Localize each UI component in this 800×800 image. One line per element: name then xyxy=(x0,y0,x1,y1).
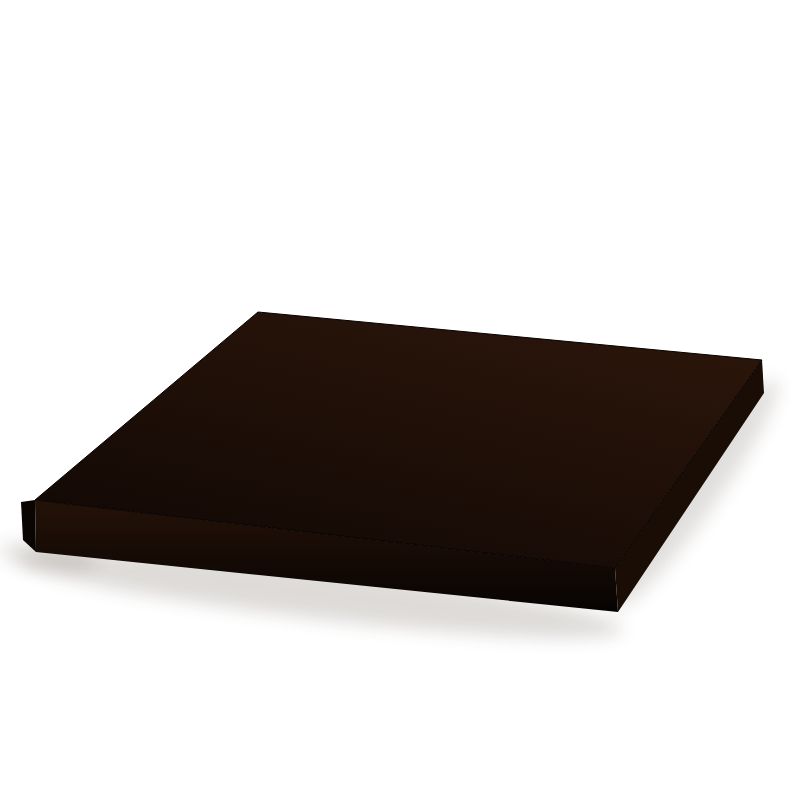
chess-board xyxy=(0,0,800,800)
chess-set-photo xyxy=(0,0,800,800)
